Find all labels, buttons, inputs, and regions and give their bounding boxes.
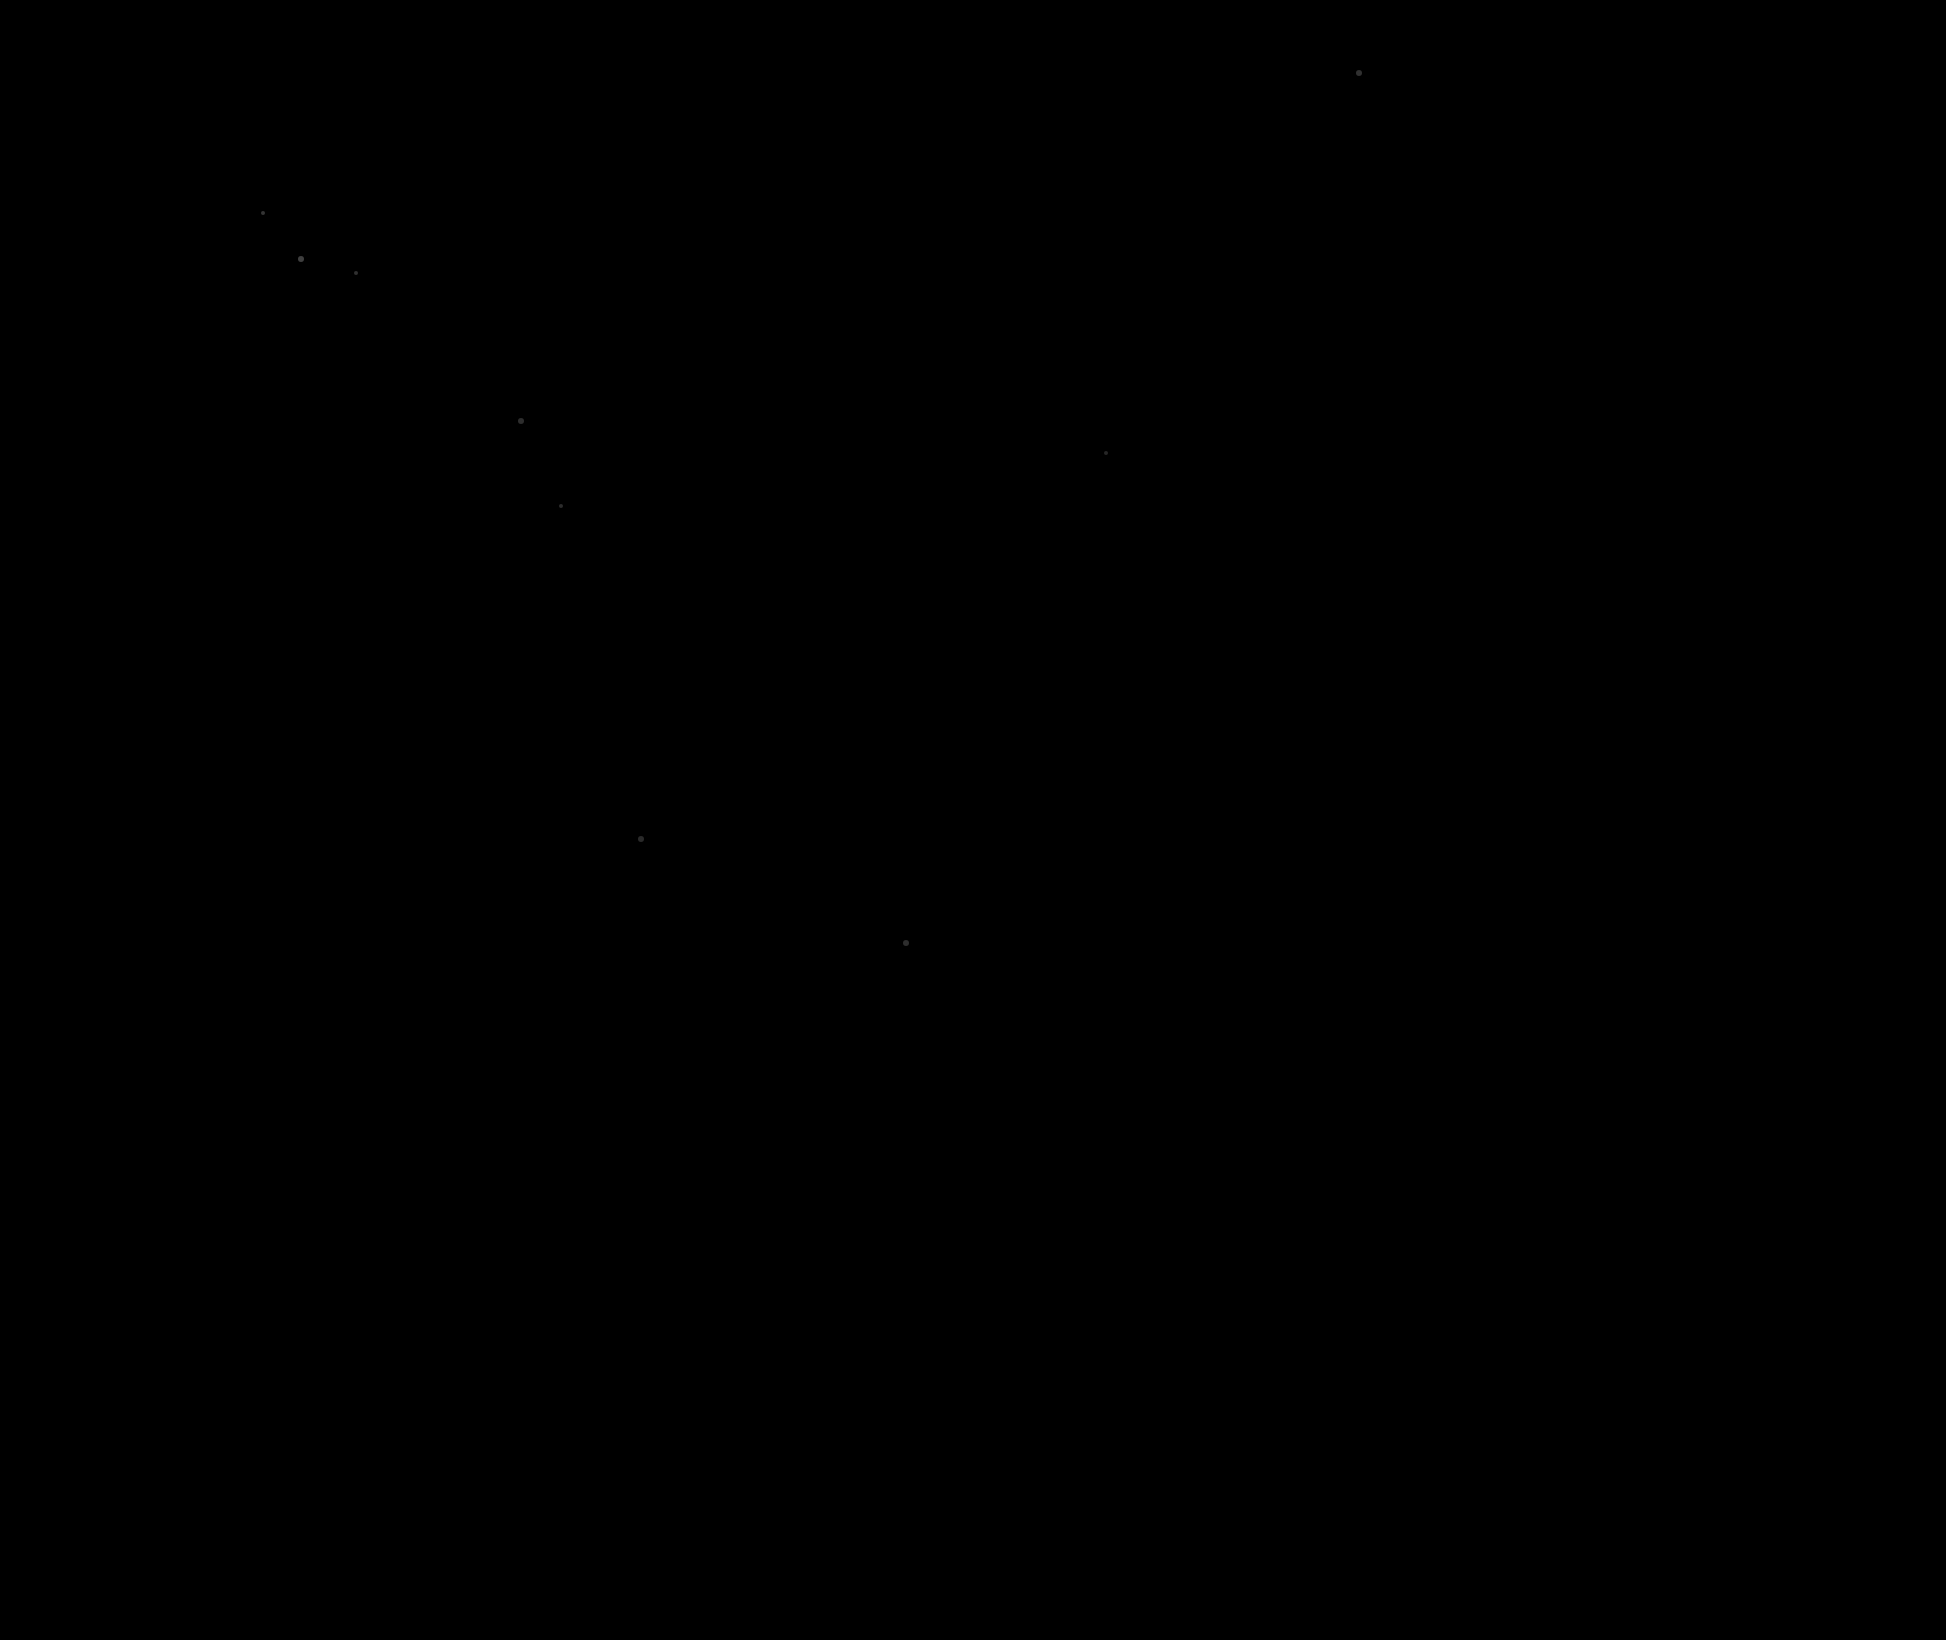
pedestal-neck (838, 600, 972, 730)
pedestal (0, 0, 1946, 1640)
photo-background: ♜♟♟♜♞♟♟♞♝♟♟♝♛♟♟♛♚♟♟♚♝♟♟♝♞♟♟♞♜♟♟♜ (0, 0, 1946, 1640)
